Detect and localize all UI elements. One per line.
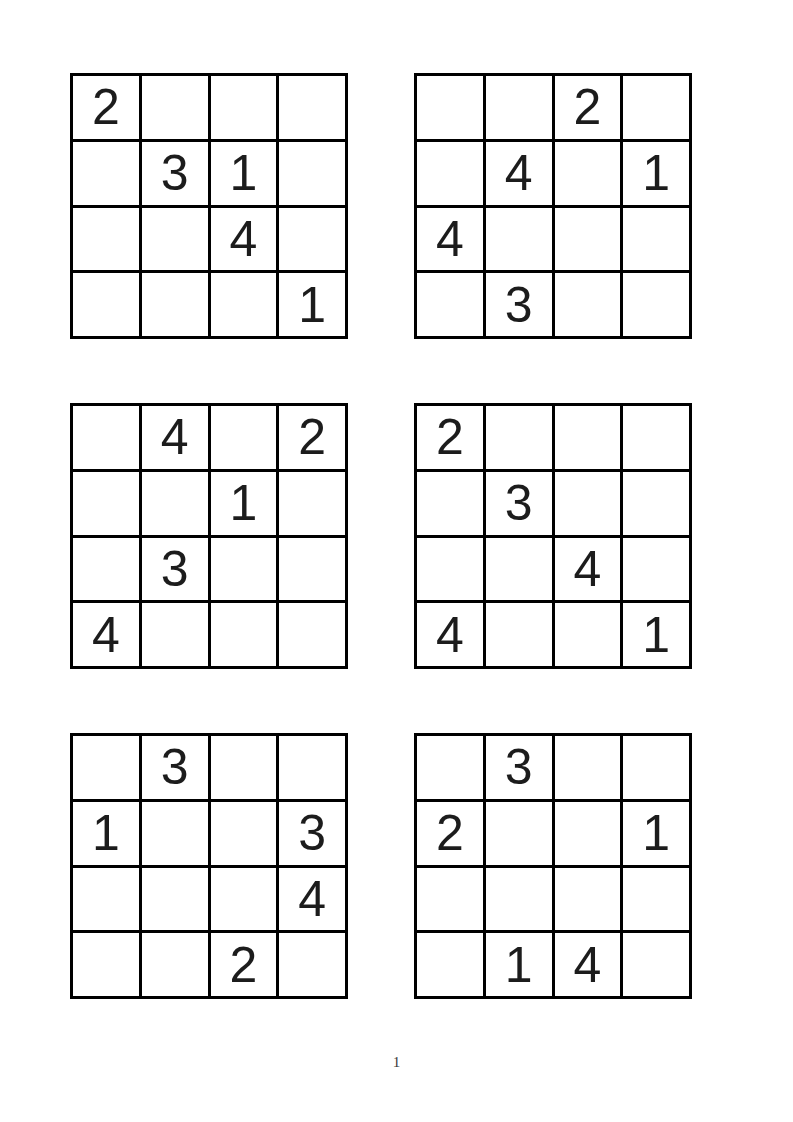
puzzle-4-cell-r1c3	[555, 406, 621, 469]
puzzle-3-cell-r3c1	[73, 538, 139, 601]
puzzle-1-cell-r3c1	[73, 208, 139, 271]
puzzle-1-cell-r3c2	[142, 208, 208, 271]
puzzle-6-cell-r2c1: 2	[417, 802, 483, 865]
puzzle-4-cell-r1c4	[623, 406, 689, 469]
puzzle-6-cell-r1c3	[555, 736, 621, 799]
puzzle-6-cell-r3c1	[417, 868, 483, 931]
puzzle-2-cell-r2c3	[555, 142, 621, 205]
puzzle-4-cell-r1c1: 2	[417, 406, 483, 469]
sudoku-board-5: 31342	[70, 733, 348, 999]
puzzle-1-cell-r1c4	[279, 76, 345, 139]
puzzle-5-cell-r3c1	[73, 868, 139, 931]
puzzle-2-cell-r2c1	[417, 142, 483, 205]
puzzle-3-cell-r2c4	[279, 472, 345, 535]
puzzle-2-cell-r1c1	[417, 76, 483, 139]
puzzle-3-cell-r1c4: 2	[279, 406, 345, 469]
puzzle-4-cell-r1c2	[486, 406, 552, 469]
puzzle-6-cell-r1c4	[623, 736, 689, 799]
puzzle-5-cell-r3c4: 4	[279, 868, 345, 931]
sudoku-board-2: 24143	[414, 73, 692, 339]
puzzle-4-cell-r2c3	[555, 472, 621, 535]
puzzle-4-cell-r4c4: 1	[623, 603, 689, 666]
puzzle-1-cell-r4c3	[211, 273, 277, 336]
puzzle-3-cell-r3c4	[279, 538, 345, 601]
puzzle-4-cell-r3c2	[486, 538, 552, 601]
puzzle-1-cell-r3c4	[279, 208, 345, 271]
sudoku-board-6: 32114	[414, 733, 692, 999]
puzzle-4-cell-r3c1	[417, 538, 483, 601]
puzzle-2-cell-r1c4	[623, 76, 689, 139]
puzzle-3-cell-r1c1	[73, 406, 139, 469]
puzzle-6-cell-r2c3	[555, 802, 621, 865]
puzzle-1-cell-r2c2: 3	[142, 142, 208, 205]
puzzle-4-cell-r2c1	[417, 472, 483, 535]
puzzle-5-cell-r2c2	[142, 802, 208, 865]
puzzle-4-cell-r2c4	[623, 472, 689, 535]
puzzle-5-cell-r3c3	[211, 868, 277, 931]
page-number: 1	[0, 1054, 793, 1071]
puzzle-1-cell-r3c3: 4	[211, 208, 277, 271]
puzzle-3-cell-r3c3	[211, 538, 277, 601]
puzzle-6-cell-r3c2	[486, 868, 552, 931]
puzzle-4-cell-r4c2	[486, 603, 552, 666]
puzzle-4-cell-r3c4	[623, 538, 689, 601]
puzzle-4-cell-r3c3: 4	[555, 538, 621, 601]
puzzle-4-cell-r4c1: 4	[417, 603, 483, 666]
puzzle-6-cell-r4c2: 1	[486, 933, 552, 996]
puzzle-6-cell-r4c1	[417, 933, 483, 996]
puzzle-3-cell-r1c3	[211, 406, 277, 469]
puzzle-5-cell-r3c2	[142, 868, 208, 931]
puzzle-3-cell-r4c4	[279, 603, 345, 666]
puzzle-5-cell-r4c4	[279, 933, 345, 996]
puzzle-3-cell-r2c3: 1	[211, 472, 277, 535]
puzzle-1-cell-r2c4	[279, 142, 345, 205]
sudoku-board-3: 42134	[70, 403, 348, 669]
puzzle-2-cell-r2c2: 4	[486, 142, 552, 205]
puzzle-5-cell-r1c3	[211, 736, 277, 799]
puzzle-2-cell-r2c4: 1	[623, 142, 689, 205]
puzzle-6-cell-r1c1	[417, 736, 483, 799]
puzzle-4-cell-r2c2: 3	[486, 472, 552, 535]
puzzle-2-cell-r3c3	[555, 208, 621, 271]
puzzle-6-cell-r3c4	[623, 868, 689, 931]
puzzle-3-cell-r1c2: 4	[142, 406, 208, 469]
puzzle-2-cell-r3c1: 4	[417, 208, 483, 271]
puzzle-3-cell-r3c2: 3	[142, 538, 208, 601]
puzzle-3-cell-r2c1	[73, 472, 139, 535]
puzzle-2-cell-r3c4	[623, 208, 689, 271]
puzzle-1-cell-r4c2	[142, 273, 208, 336]
puzzle-1-cell-r4c1	[73, 273, 139, 336]
worksheet-page: 23141 24143 42134 23441 31342 32114 1	[0, 0, 793, 1122]
puzzle-5-cell-r1c4	[279, 736, 345, 799]
puzzle-3-cell-r2c2	[142, 472, 208, 535]
puzzle-5-cell-r4c1	[73, 933, 139, 996]
puzzle-5-cell-r1c2: 3	[142, 736, 208, 799]
puzzle-1-cell-r1c3	[211, 76, 277, 139]
puzzle-4-cell-r4c3	[555, 603, 621, 666]
puzzle-2-cell-r1c2	[486, 76, 552, 139]
puzzle-3-cell-r4c1: 4	[73, 603, 139, 666]
puzzle-1-cell-r4c4: 1	[279, 273, 345, 336]
puzzle-2-cell-r3c2	[486, 208, 552, 271]
puzzle-3-cell-r4c3	[211, 603, 277, 666]
puzzle-6-cell-r2c4: 1	[623, 802, 689, 865]
puzzle-1-cell-r2c3: 1	[211, 142, 277, 205]
puzzle-5-cell-r2c4: 3	[279, 802, 345, 865]
puzzle-6-cell-r1c2: 3	[486, 736, 552, 799]
puzzle-6-cell-r3c3	[555, 868, 621, 931]
puzzle-3-cell-r4c2	[142, 603, 208, 666]
puzzle-1-cell-r1c2	[142, 76, 208, 139]
puzzle-1-cell-r1c1: 2	[73, 76, 139, 139]
puzzle-5-cell-r2c3	[211, 802, 277, 865]
puzzle-2-cell-r4c4	[623, 273, 689, 336]
puzzle-6-cell-r4c4	[623, 933, 689, 996]
puzzle-6-cell-r2c2	[486, 802, 552, 865]
sudoku-board-1: 23141	[70, 73, 348, 339]
puzzle-5-cell-r1c1	[73, 736, 139, 799]
puzzle-6-cell-r4c3: 4	[555, 933, 621, 996]
puzzle-2-cell-r4c1	[417, 273, 483, 336]
puzzle-2-cell-r4c3	[555, 273, 621, 336]
puzzle-5-cell-r4c2	[142, 933, 208, 996]
puzzle-5-cell-r2c1: 1	[73, 802, 139, 865]
puzzle-2-cell-r1c3: 2	[555, 76, 621, 139]
sudoku-board-4: 23441	[414, 403, 692, 669]
puzzle-5-cell-r4c3: 2	[211, 933, 277, 996]
puzzle-1-cell-r2c1	[73, 142, 139, 205]
puzzle-2-cell-r4c2: 3	[486, 273, 552, 336]
